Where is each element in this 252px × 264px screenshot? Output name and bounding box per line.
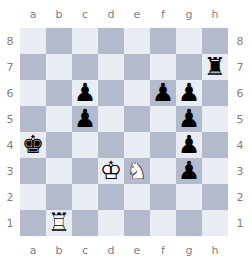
square-h6[interactable]: [202, 80, 228, 106]
square-d8[interactable]: [98, 28, 124, 54]
square-f3[interactable]: [150, 158, 176, 184]
square-e8[interactable]: [124, 28, 150, 54]
piece-outline-layer: ♔: [98, 158, 124, 184]
file-label-bottom-a: a: [20, 236, 46, 264]
white-rook[interactable]: ♜♖: [46, 210, 72, 236]
file-label-bottom-f: f: [150, 236, 176, 264]
black-king[interactable]: ♚: [20, 132, 46, 158]
square-a3[interactable]: [20, 158, 46, 184]
black-pawn[interactable]: ♟: [176, 106, 202, 132]
piece-glyph: ♟: [72, 106, 98, 132]
square-g6[interactable]: ♟: [176, 80, 202, 106]
rank-label-left-1: 1: [0, 210, 20, 236]
file-label-bottom-c: c: [72, 236, 98, 264]
file-label-top-h: h: [202, 0, 228, 28]
square-h3[interactable]: [202, 158, 228, 184]
piece-outline-layer: ♘: [124, 158, 150, 184]
square-d5[interactable]: [98, 106, 124, 132]
square-g5[interactable]: ♟: [176, 106, 202, 132]
rank-label-left-7: 7: [0, 54, 20, 80]
square-b5[interactable]: [46, 106, 72, 132]
board-corner-bottom-right: [228, 236, 252, 264]
rank-label-right-2: 2: [228, 184, 252, 210]
square-f4[interactable]: [150, 132, 176, 158]
square-e3[interactable]: ♞♘: [124, 158, 150, 184]
square-b1[interactable]: ♜♖: [46, 210, 72, 236]
square-e2[interactable]: [124, 184, 150, 210]
square-g3[interactable]: ♟: [176, 158, 202, 184]
piece-glyph: ♟: [72, 80, 98, 106]
chessboard: abcdefgh887♜76♟♟♟65♟♟54♚♟43♚♔♞♘♟3221♜♖1a…: [0, 0, 252, 264]
white-knight[interactable]: ♞♘: [124, 158, 150, 184]
piece-outline-layer: ♖: [46, 210, 72, 236]
rank-label-left-2: 2: [0, 184, 20, 210]
board-corner-bottom-left: [0, 236, 20, 264]
file-label-bottom-b: b: [46, 236, 72, 264]
square-b8[interactable]: [46, 28, 72, 54]
square-h1[interactable]: [202, 210, 228, 236]
piece-glyph: ♟: [176, 158, 202, 184]
rank-label-left-8: 8: [0, 28, 20, 54]
square-b3[interactable]: [46, 158, 72, 184]
file-label-bottom-g: g: [176, 236, 202, 264]
file-label-bottom-e: e: [124, 236, 150, 264]
square-e7[interactable]: [124, 54, 150, 80]
square-c2[interactable]: [72, 184, 98, 210]
rank-label-left-3: 3: [0, 158, 20, 184]
file-label-top-f: f: [150, 0, 176, 28]
rank-label-left-6: 6: [0, 80, 20, 106]
square-a1[interactable]: [20, 210, 46, 236]
square-a6[interactable]: [20, 80, 46, 106]
file-label-top-b: b: [46, 0, 72, 28]
file-label-top-c: c: [72, 0, 98, 28]
square-a5[interactable]: [20, 106, 46, 132]
square-g1[interactable]: [176, 210, 202, 236]
square-c5[interactable]: ♟: [72, 106, 98, 132]
square-h8[interactable]: [202, 28, 228, 54]
square-a7[interactable]: [20, 54, 46, 80]
square-d3[interactable]: ♚♔: [98, 158, 124, 184]
square-d7[interactable]: [98, 54, 124, 80]
piece-glyph: ♜: [202, 54, 228, 80]
square-d4[interactable]: [98, 132, 124, 158]
square-e6[interactable]: [124, 80, 150, 106]
file-label-top-e: e: [124, 0, 150, 28]
file-label-top-g: g: [176, 0, 202, 28]
rank-label-right-3: 3: [228, 158, 252, 184]
square-c6[interactable]: ♟: [72, 80, 98, 106]
chess-diagram: abcdefgh887♜76♟♟♟65♟♟54♚♟43♚♔♞♘♟3221♜♖1a…: [0, 0, 252, 264]
square-d6[interactable]: [98, 80, 124, 106]
rank-label-left-5: 5: [0, 106, 20, 132]
rank-label-right-4: 4: [228, 132, 252, 158]
file-label-bottom-d: d: [98, 236, 124, 264]
black-pawn[interactable]: ♟: [150, 80, 176, 106]
rank-label-right-6: 6: [228, 80, 252, 106]
file-label-top-d: d: [98, 0, 124, 28]
square-g2[interactable]: [176, 184, 202, 210]
square-f2[interactable]: [150, 184, 176, 210]
square-e4[interactable]: [124, 132, 150, 158]
square-e1[interactable]: [124, 210, 150, 236]
black-pawn[interactable]: ♟: [72, 80, 98, 106]
piece-glyph: ♟: [176, 106, 202, 132]
piece-glyph: ♚: [20, 132, 46, 158]
file-label-bottom-h: h: [202, 236, 228, 264]
board-corner-top-left: [0, 0, 20, 28]
square-c8[interactable]: [72, 28, 98, 54]
square-c3[interactable]: [72, 158, 98, 184]
piece-glyph: ♟: [176, 132, 202, 158]
square-a8[interactable]: [20, 28, 46, 54]
square-f1[interactable]: [150, 210, 176, 236]
black-pawn[interactable]: ♟: [72, 106, 98, 132]
rank-label-right-1: 1: [228, 210, 252, 236]
square-e5[interactable]: [124, 106, 150, 132]
square-f5[interactable]: [150, 106, 176, 132]
file-label-top-a: a: [20, 0, 46, 28]
square-b6[interactable]: [46, 80, 72, 106]
rank-label-right-8: 8: [228, 28, 252, 54]
black-pawn[interactable]: ♟: [176, 80, 202, 106]
rank-label-right-5: 5: [228, 106, 252, 132]
black-pawn[interactable]: ♟: [176, 132, 202, 158]
square-g4[interactable]: ♟: [176, 132, 202, 158]
square-g8[interactable]: [176, 28, 202, 54]
piece-glyph: ♟: [150, 80, 176, 106]
square-f7[interactable]: [150, 54, 176, 80]
square-a2[interactable]: [20, 184, 46, 210]
square-g7[interactable]: [176, 54, 202, 80]
square-f6[interactable]: ♟: [150, 80, 176, 106]
black-pawn[interactable]: ♟: [176, 158, 202, 184]
square-c4[interactable]: [72, 132, 98, 158]
square-b7[interactable]: [46, 54, 72, 80]
square-h4[interactable]: [202, 132, 228, 158]
square-b2[interactable]: [46, 184, 72, 210]
piece-glyph: ♟: [176, 80, 202, 106]
white-king[interactable]: ♚♔: [98, 158, 124, 184]
square-h7[interactable]: ♜: [202, 54, 228, 80]
square-h5[interactable]: [202, 106, 228, 132]
square-c7[interactable]: [72, 54, 98, 80]
square-f8[interactable]: [150, 28, 176, 54]
rank-label-left-4: 4: [0, 132, 20, 158]
square-c1[interactable]: [72, 210, 98, 236]
board-corner-top-right: [228, 0, 252, 28]
square-d1[interactable]: [98, 210, 124, 236]
square-a4[interactable]: ♚: [20, 132, 46, 158]
rank-label-right-7: 7: [228, 54, 252, 80]
square-h2[interactable]: [202, 184, 228, 210]
black-rook[interactable]: ♜: [202, 54, 228, 80]
square-d2[interactable]: [98, 184, 124, 210]
square-b4[interactable]: [46, 132, 72, 158]
